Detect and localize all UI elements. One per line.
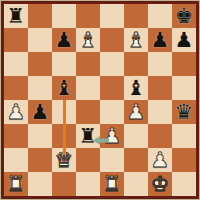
square-a8[interactable]: ♜: [4, 4, 28, 28]
square-g8[interactable]: [148, 4, 172, 28]
square-f3[interactable]: [124, 124, 148, 148]
square-h3[interactable]: [172, 124, 196, 148]
piece-black-pawn-g7[interactable]: ♟: [151, 28, 170, 52]
square-f2[interactable]: [124, 148, 148, 172]
square-g6[interactable]: [148, 52, 172, 76]
square-f7[interactable]: ♝: [124, 28, 148, 52]
square-f4[interactable]: ♟: [124, 100, 148, 124]
square-g7[interactable]: ♟: [148, 28, 172, 52]
square-b6[interactable]: [28, 52, 52, 76]
piece-black-pawn-h7[interactable]: ♟: [175, 28, 194, 52]
piece-white-rook-e1[interactable]: ♜: [103, 172, 122, 196]
chess-board: ♜♚♟♝♝♟♟♝♝♟♟♟♛♜♟♛♟♜♜♚: [4, 4, 196, 196]
piece-black-king-h8[interactable]: ♚: [175, 4, 194, 28]
square-c2[interactable]: ♛: [52, 148, 76, 172]
piece-black-bishop-c5[interactable]: ♝: [55, 76, 74, 100]
square-h4[interactable]: ♛: [172, 100, 196, 124]
square-b2[interactable]: [28, 148, 52, 172]
square-e4[interactable]: [100, 100, 124, 124]
square-d4[interactable]: [76, 100, 100, 124]
square-b8[interactable]: [28, 4, 52, 28]
square-c5[interactable]: ♝: [52, 76, 76, 100]
piece-white-king-g1[interactable]: ♚: [151, 172, 170, 196]
square-a1[interactable]: ♜: [4, 172, 28, 196]
square-d3[interactable]: ♜: [76, 124, 100, 148]
square-c1[interactable]: [52, 172, 76, 196]
square-c6[interactable]: [52, 52, 76, 76]
square-d8[interactable]: [76, 4, 100, 28]
piece-white-pawn-e3[interactable]: ♟: [103, 124, 122, 148]
square-e3[interactable]: ♟: [100, 124, 124, 148]
square-c4[interactable]: [52, 100, 76, 124]
square-e5[interactable]: [100, 76, 124, 100]
square-g5[interactable]: [148, 76, 172, 100]
square-h8[interactable]: ♚: [172, 4, 196, 28]
piece-white-bishop-f7[interactable]: ♝: [127, 28, 146, 52]
square-d5[interactable]: [76, 76, 100, 100]
square-f1[interactable]: [124, 172, 148, 196]
square-g2[interactable]: ♟: [148, 148, 172, 172]
square-e7[interactable]: [100, 28, 124, 52]
piece-white-rook-a1[interactable]: ♜: [7, 172, 26, 196]
square-e6[interactable]: [100, 52, 124, 76]
square-a4[interactable]: ♟: [4, 100, 28, 124]
piece-black-bishop-f5[interactable]: ♝: [127, 76, 146, 100]
square-a6[interactable]: [4, 52, 28, 76]
piece-black-pawn-c7[interactable]: ♟: [55, 28, 74, 52]
square-b3[interactable]: [28, 124, 52, 148]
square-d6[interactable]: [76, 52, 100, 76]
square-g4[interactable]: [148, 100, 172, 124]
piece-white-pawn-f4[interactable]: ♟: [127, 100, 146, 124]
square-c7[interactable]: ♟: [52, 28, 76, 52]
square-h5[interactable]: [172, 76, 196, 100]
square-d7[interactable]: ♝: [76, 28, 100, 52]
square-b1[interactable]: [28, 172, 52, 196]
square-f8[interactable]: [124, 4, 148, 28]
chess-board-frame: ♜♚♟♝♝♟♟♝♝♟♟♟♛♜♟♛♟♜♜♚: [0, 0, 200, 200]
piece-black-rook-d3[interactable]: ♜: [79, 124, 98, 148]
square-e8[interactable]: [100, 4, 124, 28]
square-g3[interactable]: [148, 124, 172, 148]
square-h1[interactable]: [172, 172, 196, 196]
square-a7[interactable]: [4, 28, 28, 52]
square-a3[interactable]: [4, 124, 28, 148]
piece-black-queen-h4[interactable]: ♛: [175, 100, 194, 124]
piece-white-queen-c2[interactable]: ♛: [55, 148, 74, 172]
square-c3[interactable]: [52, 124, 76, 148]
square-g1[interactable]: ♚: [148, 172, 172, 196]
square-e1[interactable]: ♜: [100, 172, 124, 196]
square-b4[interactable]: ♟: [28, 100, 52, 124]
square-a2[interactable]: [4, 148, 28, 172]
square-d1[interactable]: [76, 172, 100, 196]
square-b7[interactable]: [28, 28, 52, 52]
square-h6[interactable]: [172, 52, 196, 76]
piece-white-pawn-g2[interactable]: ♟: [151, 148, 170, 172]
square-a5[interactable]: [4, 76, 28, 100]
square-c8[interactable]: [52, 4, 76, 28]
piece-black-pawn-b4[interactable]: ♟: [31, 100, 50, 124]
square-f5[interactable]: ♝: [124, 76, 148, 100]
square-h7[interactable]: ♟: [172, 28, 196, 52]
piece-white-pawn-a4[interactable]: ♟: [7, 100, 26, 124]
square-e2[interactable]: [100, 148, 124, 172]
square-h2[interactable]: [172, 148, 196, 172]
square-d2[interactable]: [76, 148, 100, 172]
square-f6[interactable]: [124, 52, 148, 76]
square-b5[interactable]: [28, 76, 52, 100]
piece-white-bishop-d7[interactable]: ♝: [79, 28, 98, 52]
piece-black-rook-a8[interactable]: ♜: [7, 4, 26, 28]
